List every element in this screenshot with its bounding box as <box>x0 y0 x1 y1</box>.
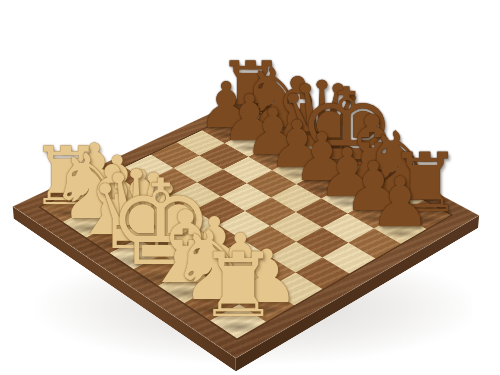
white-rook-icon: ♜ <box>198 242 278 331</box>
piece-black-pawn-h7[interactable]: ♟ <box>369 168 431 237</box>
black-pawn-icon: ♟ <box>369 168 431 237</box>
chess-set-photo: ♜♞♝♛♚♝♞♜♟♟♟♟♟♟♟♟♟♟♟♟♟♟♟♟♜♞♝♛♚♝♞♜ <box>0 0 500 375</box>
piece-white-rook-h1[interactable]: ♜ <box>198 242 278 331</box>
